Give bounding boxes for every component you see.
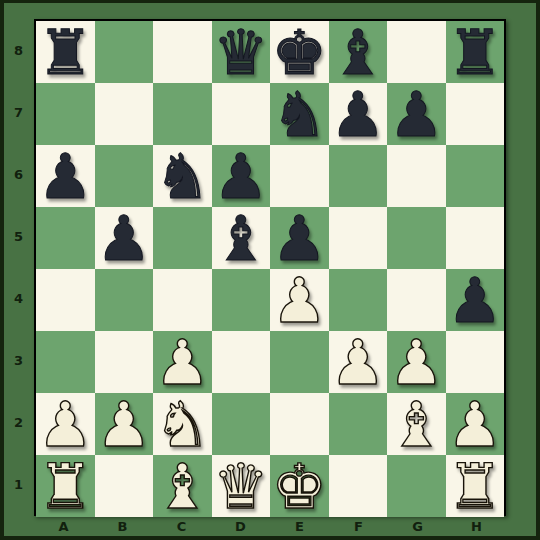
- square-f1[interactable]: [329, 455, 388, 517]
- rank-label-2: 2: [4, 392, 33, 454]
- black-pawn-h4: ♟: [447, 270, 503, 332]
- square-f4[interactable]: [329, 269, 388, 331]
- white-bishop-c1: ♝: [154, 456, 210, 518]
- white-rook-h1: ♜: [447, 456, 503, 518]
- square-b7[interactable]: [95, 83, 154, 145]
- black-pawn-d6: ♟: [213, 146, 269, 208]
- square-a8[interactable]: ♜: [36, 21, 95, 83]
- square-d8[interactable]: ♛: [212, 21, 271, 83]
- white-pawn-a2: ♟: [37, 394, 93, 456]
- square-f5[interactable]: [329, 207, 388, 269]
- square-a5[interactable]: [36, 207, 95, 269]
- white-bishop-g2: ♝: [388, 394, 444, 456]
- square-g1[interactable]: [387, 455, 446, 517]
- square-e8[interactable]: ♚: [270, 21, 329, 83]
- square-f7[interactable]: ♟: [329, 83, 388, 145]
- square-a7[interactable]: [36, 83, 95, 145]
- square-g6[interactable]: [387, 145, 446, 207]
- square-f8[interactable]: ♝: [329, 21, 388, 83]
- square-c4[interactable]: [153, 269, 212, 331]
- square-e6[interactable]: [270, 145, 329, 207]
- white-pawn-f3: ♟: [330, 332, 386, 394]
- black-pawn-f7: ♟: [330, 84, 386, 146]
- square-e2[interactable]: [270, 393, 329, 455]
- file-label-b: B: [93, 516, 152, 537]
- file-label-f: F: [329, 516, 388, 537]
- file-label-d: D: [211, 516, 270, 537]
- square-e7[interactable]: ♞: [270, 83, 329, 145]
- rank-label-7: 7: [4, 81, 33, 143]
- square-e5[interactable]: ♟: [270, 207, 329, 269]
- square-c2[interactable]: ♞: [153, 393, 212, 455]
- black-knight-e7: ♞: [271, 84, 327, 146]
- square-f3[interactable]: ♟: [329, 331, 388, 393]
- rank-label-6: 6: [4, 143, 33, 205]
- rank-label-5: 5: [4, 205, 33, 267]
- file-label-h: H: [447, 516, 506, 537]
- file-label-e: E: [270, 516, 329, 537]
- square-h4[interactable]: ♟: [446, 269, 505, 331]
- square-h2[interactable]: ♟: [446, 393, 505, 455]
- square-h5[interactable]: [446, 207, 505, 269]
- square-e4[interactable]: ♟: [270, 269, 329, 331]
- rank-label-8: 8: [4, 19, 33, 81]
- square-f2[interactable]: [329, 393, 388, 455]
- square-b3[interactable]: [95, 331, 154, 393]
- white-queen-d1: ♛: [213, 456, 269, 518]
- square-a3[interactable]: [36, 331, 95, 393]
- black-queen-d8: ♛: [213, 22, 269, 84]
- file-label-a: A: [34, 516, 93, 537]
- black-knight-c6: ♞: [154, 146, 210, 208]
- black-rook-a8: ♜: [37, 22, 93, 84]
- square-d5[interactable]: ♝: [212, 207, 271, 269]
- white-pawn-e4: ♟: [271, 270, 327, 332]
- square-c3[interactable]: ♟: [153, 331, 212, 393]
- white-knight-c2: ♞: [154, 394, 210, 456]
- black-pawn-g7: ♟: [388, 84, 444, 146]
- square-e1[interactable]: ♚: [270, 455, 329, 517]
- square-d6[interactable]: ♟: [212, 145, 271, 207]
- square-h8[interactable]: ♜: [446, 21, 505, 83]
- square-b4[interactable]: [95, 269, 154, 331]
- rank-labels: 87654321: [4, 19, 33, 516]
- white-pawn-b2: ♟: [96, 394, 152, 456]
- file-labels: ABCDEFGH: [34, 516, 506, 537]
- square-b6[interactable]: [95, 145, 154, 207]
- black-rook-h8: ♜: [447, 22, 503, 84]
- square-h1[interactable]: ♜: [446, 455, 505, 517]
- square-b8[interactable]: [95, 21, 154, 83]
- file-label-g: G: [388, 516, 447, 537]
- square-b5[interactable]: ♟: [95, 207, 154, 269]
- square-c6[interactable]: ♞: [153, 145, 212, 207]
- square-h6[interactable]: [446, 145, 505, 207]
- square-g3[interactable]: ♟: [387, 331, 446, 393]
- square-g7[interactable]: ♟: [387, 83, 446, 145]
- square-d3[interactable]: [212, 331, 271, 393]
- rank-label-4: 4: [4, 268, 33, 330]
- black-pawn-a6: ♟: [37, 146, 93, 208]
- square-c7[interactable]: [153, 83, 212, 145]
- square-h7[interactable]: [446, 83, 505, 145]
- white-rook-a1: ♜: [37, 456, 93, 518]
- chessboard-widget: 87654321 ♜♛♚♝♜♞♟♟♟♞♟♟♝♟♟♟♟♟♟♟♟♞♝♟♜♝♛♚♜ A…: [0, 0, 540, 540]
- white-pawn-h2: ♟: [447, 394, 503, 456]
- square-g8[interactable]: [387, 21, 446, 83]
- white-pawn-g3: ♟: [388, 332, 444, 394]
- square-b2[interactable]: ♟: [95, 393, 154, 455]
- black-bishop-f8: ♝: [330, 22, 386, 84]
- square-f6[interactable]: [329, 145, 388, 207]
- chess-board: ♜♛♚♝♜♞♟♟♟♞♟♟♝♟♟♟♟♟♟♟♟♞♝♟♜♝♛♚♜: [34, 19, 506, 516]
- black-bishop-d5: ♝: [213, 208, 269, 270]
- white-king-e1: ♚: [271, 456, 327, 518]
- square-g4[interactable]: [387, 269, 446, 331]
- square-d4[interactable]: [212, 269, 271, 331]
- square-d7[interactable]: [212, 83, 271, 145]
- black-pawn-b5: ♟: [96, 208, 152, 270]
- square-e3[interactable]: [270, 331, 329, 393]
- rank-label-3: 3: [4, 330, 33, 392]
- rank-label-1: 1: [4, 454, 33, 516]
- black-pawn-e5: ♟: [271, 208, 327, 270]
- square-c8[interactable]: [153, 21, 212, 83]
- square-d1[interactable]: ♛: [212, 455, 271, 517]
- square-c5[interactable]: [153, 207, 212, 269]
- file-label-c: C: [152, 516, 211, 537]
- square-c1[interactable]: ♝: [153, 455, 212, 517]
- square-g5[interactable]: [387, 207, 446, 269]
- square-d2[interactable]: [212, 393, 271, 455]
- square-a4[interactable]: [36, 269, 95, 331]
- white-pawn-c3: ♟: [154, 332, 210, 394]
- square-g2[interactable]: ♝: [387, 393, 446, 455]
- square-a1[interactable]: ♜: [36, 455, 95, 517]
- square-h3[interactable]: [446, 331, 505, 393]
- square-b1[interactable]: [95, 455, 154, 517]
- black-king-e8: ♚: [271, 22, 327, 84]
- square-a6[interactable]: ♟: [36, 145, 95, 207]
- square-a2[interactable]: ♟: [36, 393, 95, 455]
